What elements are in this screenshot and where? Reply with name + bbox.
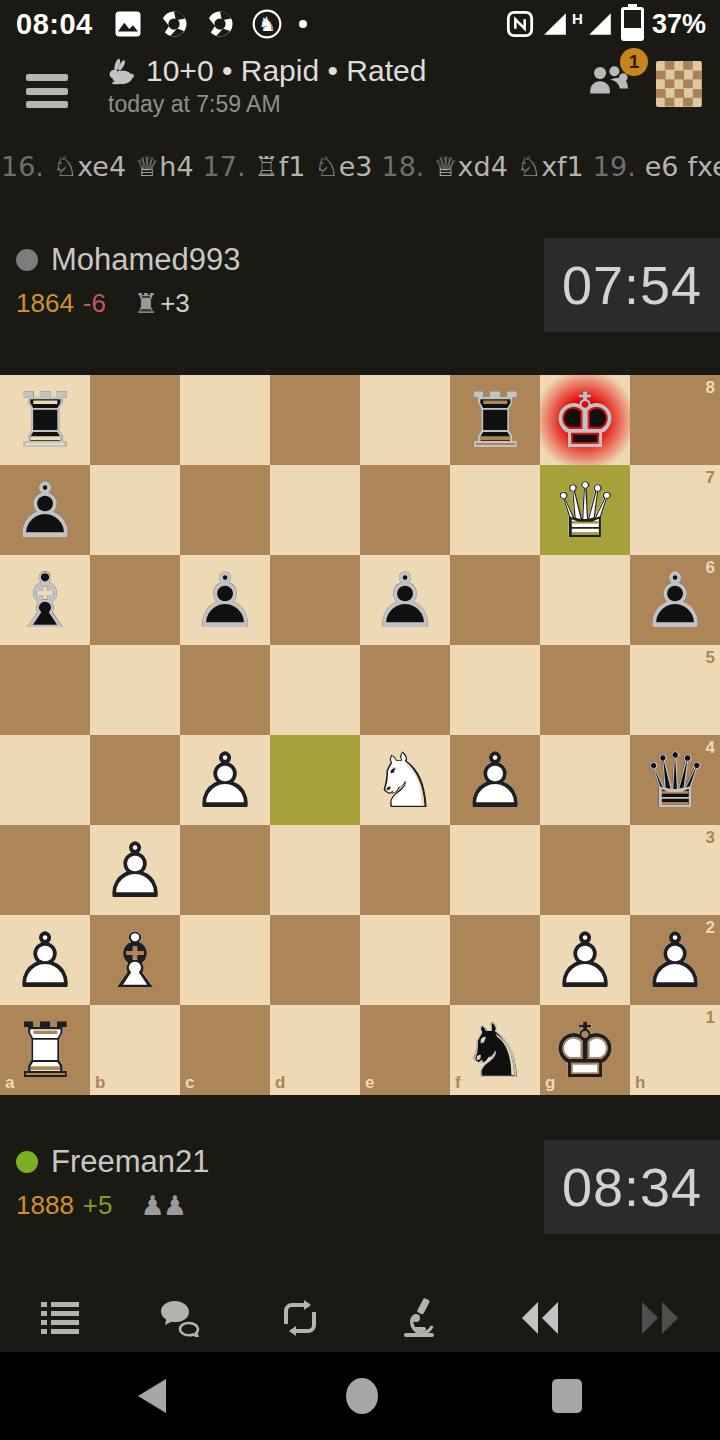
white-pawn: ♟ xyxy=(0,915,90,1005)
square-d1[interactable]: d xyxy=(270,1005,360,1095)
square-a1[interactable]: ♜♖a xyxy=(0,1005,90,1095)
square-g5[interactable] xyxy=(540,645,630,735)
rank-label-8: 8 xyxy=(706,378,715,398)
rank-label-5: 5 xyxy=(706,648,715,668)
black-king: ♚ xyxy=(540,375,630,465)
black-pawn: ♟ xyxy=(360,555,450,645)
square-a4[interactable] xyxy=(0,735,90,825)
microscope-icon xyxy=(400,1297,440,1339)
android-navbar xyxy=(0,1352,720,1440)
square-h5[interactable]: 5 xyxy=(630,645,720,735)
square-f2[interactable] xyxy=(450,915,540,1005)
white-pawn: ♟ xyxy=(90,825,180,915)
square-a3[interactable] xyxy=(0,825,90,915)
list-icon xyxy=(40,1300,80,1336)
black-bishop: ♝ xyxy=(0,555,90,645)
piece-detail-overlay: ♗ xyxy=(90,915,180,1005)
file-label-f: f xyxy=(455,1073,461,1093)
piece-detail-overlay: ♙ xyxy=(540,915,630,1005)
file-label-e: e xyxy=(365,1073,374,1093)
file-label-d: d xyxy=(275,1073,285,1093)
square-e3[interactable] xyxy=(360,825,450,915)
square-d6[interactable] xyxy=(270,555,360,645)
black-knight: ♞ xyxy=(450,1005,540,1095)
file-label-b: b xyxy=(95,1073,105,1093)
black-rook: ♜ xyxy=(0,375,90,465)
file-label-h: h xyxy=(635,1073,645,1093)
square-d7[interactable] xyxy=(270,465,360,555)
square-e8[interactable] xyxy=(360,375,450,465)
square-e5[interactable] xyxy=(360,645,450,735)
square-c7[interactable] xyxy=(180,465,270,555)
square-f3[interactable] xyxy=(450,825,540,915)
flip-icon xyxy=(279,1298,321,1338)
move-token[interactable]: ♕h4 xyxy=(135,151,194,182)
material-score: +3 xyxy=(160,288,190,319)
lichess-knight-notification-icon: ♞ xyxy=(251,8,283,40)
square-a6[interactable]: ♝♗ xyxy=(0,555,90,645)
square-c3[interactable] xyxy=(180,825,270,915)
white-pawn: ♟ xyxy=(180,735,270,825)
board-thumbnail-button[interactable] xyxy=(656,61,702,107)
signal-icon xyxy=(542,11,568,37)
status-bar: 08:04 ♞ H 37% xyxy=(0,0,720,48)
square-h4[interactable]: ♛♕4 xyxy=(630,735,720,825)
forward-button[interactable] xyxy=(600,1284,720,1352)
svg-text:♞: ♞ xyxy=(258,12,276,36)
player-name: Mohamed993 xyxy=(51,242,241,278)
player-bottom[interactable]: Freeman21 xyxy=(16,1144,210,1180)
player-status-dot xyxy=(16,249,38,271)
player-rating: 1864 xyxy=(16,288,74,319)
chat-bubbles-icon xyxy=(159,1299,201,1337)
square-g2[interactable]: ♟♙ xyxy=(540,915,630,1005)
file-label-c: c xyxy=(185,1073,194,1093)
lichess-game-screen: 08:04 ♞ H 37% xyxy=(0,0,720,1440)
square-f1[interactable]: ♞♘f xyxy=(450,1005,540,1095)
android-back-button[interactable] xyxy=(138,1379,166,1413)
spectators-button[interactable]: 1 xyxy=(584,60,634,108)
square-d2[interactable] xyxy=(270,915,360,1005)
piece-detail-overlay: ♙ xyxy=(360,555,450,645)
piece-detail-overlay: ♔ xyxy=(540,375,630,465)
piece-detail-overlay: ♕ xyxy=(540,465,630,555)
square-h6[interactable]: ♟♙6 xyxy=(630,555,720,645)
player-panel-bottom: Freeman21 1888 +5 ♟♟ 08:34 xyxy=(0,1138,720,1238)
move-token[interactable]: ♕xd4 xyxy=(433,151,508,182)
player-name: Freeman21 xyxy=(51,1144,210,1180)
square-g3[interactable] xyxy=(540,825,630,915)
fast-forward-icon xyxy=(638,1300,682,1336)
player-top[interactable]: Mohamed993 xyxy=(16,242,241,278)
square-e7[interactable] xyxy=(360,465,450,555)
spectator-count-badge: 1 xyxy=(620,48,648,76)
white-pawn: ♟ xyxy=(450,735,540,825)
app-header: 10+0 • Rapid • Rated today at 7:59 AM 1 xyxy=(0,52,720,138)
square-c4[interactable]: ♟♙ xyxy=(180,735,270,825)
nfc-icon xyxy=(506,10,534,38)
menu-list-button[interactable] xyxy=(0,1284,120,1352)
rating-delta: -6 xyxy=(83,288,106,319)
captured-pawns-icons: ♟♟ xyxy=(141,1190,185,1221)
square-h3[interactable]: 3 xyxy=(630,825,720,915)
square-a8[interactable]: ♜♖ xyxy=(0,375,90,465)
rank-label-7: 7 xyxy=(706,468,715,488)
square-c6[interactable]: ♟♙ xyxy=(180,555,270,645)
square-e6[interactable]: ♟♙ xyxy=(360,555,450,645)
piece-detail-overlay: ♗ xyxy=(0,555,90,645)
piece-detail-overlay: ♘ xyxy=(360,735,450,825)
square-d4[interactable] xyxy=(270,735,360,825)
square-b2[interactable]: ♝♗ xyxy=(90,915,180,1005)
move-number[interactable]: 17. xyxy=(203,151,246,182)
piece-detail-overlay: ♙ xyxy=(180,555,270,645)
material-advantage: ♜ +3 xyxy=(134,288,190,319)
white-knight: ♞ xyxy=(360,735,450,825)
rating-delta: +5 xyxy=(83,1190,113,1221)
square-g6[interactable] xyxy=(540,555,630,645)
piece-detail-overlay: ♙ xyxy=(90,825,180,915)
network-type-indicator: H xyxy=(572,10,583,27)
square-e2[interactable] xyxy=(360,915,450,1005)
piece-detail-overlay: ♙ xyxy=(450,735,540,825)
square-d5[interactable] xyxy=(270,645,360,735)
square-b8[interactable] xyxy=(90,375,180,465)
white-bishop: ♝ xyxy=(90,915,180,1005)
square-d8[interactable] xyxy=(270,375,360,465)
square-h8[interactable]: 8 xyxy=(630,375,720,465)
white-queen: ♛ xyxy=(540,465,630,555)
move-number[interactable]: 18. xyxy=(381,151,424,182)
rank-label-6: 6 xyxy=(706,558,715,578)
chat-button[interactable] xyxy=(120,1284,240,1352)
square-b1[interactable]: b xyxy=(90,1005,180,1095)
square-b5[interactable] xyxy=(90,645,180,735)
file-label-g: g xyxy=(545,1073,555,1093)
move-number[interactable]: 19. xyxy=(593,151,636,182)
player-rating: 1888 xyxy=(16,1190,74,1221)
move-token[interactable]: ♘xf1 xyxy=(517,151,584,182)
square-g7[interactable]: ♛♕ xyxy=(540,465,630,555)
square-f8[interactable]: ♜♖ xyxy=(450,375,540,465)
rapid-rabbit-icon xyxy=(106,56,136,86)
android-recents-button[interactable] xyxy=(552,1379,582,1413)
square-g8[interactable]: ♚♔ xyxy=(540,375,630,465)
piece-detail-overlay: ♖ xyxy=(450,375,540,465)
move-token[interactable]: fxe6 xyxy=(688,151,720,182)
flip-board-button[interactable] xyxy=(240,1284,360,1352)
analysis-button[interactable] xyxy=(360,1284,480,1352)
square-b6[interactable] xyxy=(90,555,180,645)
photo-notification-icon xyxy=(113,9,143,39)
material-advantage: ♟♟ xyxy=(141,1190,189,1221)
square-a5[interactable] xyxy=(0,645,90,735)
game-toolbar xyxy=(0,1284,720,1352)
square-c2[interactable] xyxy=(180,915,270,1005)
battery-icon xyxy=(621,7,644,41)
move-token[interactable]: ♘xe4 xyxy=(53,151,126,182)
piece-detail-overlay: ♙ xyxy=(0,465,90,555)
move-token[interactable]: ♖f1 xyxy=(255,151,306,182)
black-pawn: ♟ xyxy=(0,465,90,555)
rank-label-4: 4 xyxy=(706,738,715,758)
rank-label-2: 2 xyxy=(706,918,715,938)
square-c8[interactable] xyxy=(180,375,270,465)
black-pawn: ♟ xyxy=(180,555,270,645)
white-pawn: ♟ xyxy=(540,915,630,1005)
square-e1[interactable]: e xyxy=(360,1005,450,1095)
square-c5[interactable] xyxy=(180,645,270,735)
square-h2[interactable]: ♟♙2 xyxy=(630,915,720,1005)
player-status-dot xyxy=(16,1151,38,1173)
game-title: 10+0 • Rapid • Rated xyxy=(146,54,426,88)
status-time: 08:04 xyxy=(16,8,93,41)
move-token[interactable]: ♘e3 xyxy=(314,151,372,182)
rewind-button[interactable] xyxy=(480,1284,600,1352)
square-e4[interactable]: ♞♘ xyxy=(360,735,450,825)
black-rook: ♜ xyxy=(450,375,540,465)
clock-top: 07:54 xyxy=(544,238,720,332)
square-a2[interactable]: ♟♙ xyxy=(0,915,90,1005)
rank-label-1: 1 xyxy=(706,1008,715,1028)
battery-percent: 37% xyxy=(652,9,706,40)
notification-dot-icon xyxy=(299,20,307,28)
piece-detail-overlay: ♙ xyxy=(180,735,270,825)
square-f5[interactable] xyxy=(450,645,540,735)
rewind-icon xyxy=(518,1300,562,1336)
square-f4[interactable]: ♟♙ xyxy=(450,735,540,825)
signal-icon xyxy=(587,11,613,37)
square-f6[interactable] xyxy=(450,555,540,645)
player-panel-top: Mohamed993 1864 -6 ♜ +3 07:54 xyxy=(0,236,720,336)
file-label-a: a xyxy=(5,1073,14,1093)
square-c1[interactable]: c xyxy=(180,1005,270,1095)
square-g1[interactable]: ♚♔g xyxy=(540,1005,630,1095)
square-d3[interactable] xyxy=(270,825,360,915)
piece-detail-overlay: ♙ xyxy=(0,915,90,1005)
move-token[interactable]: e6 xyxy=(645,151,679,182)
move-list: 16.♘xe4♕h417.♖f1♘e318.♕xd4♘xf119.e6fxe62… xyxy=(0,142,720,190)
square-h7[interactable]: 7 xyxy=(630,465,720,555)
chrome-notification-icon xyxy=(205,9,235,39)
piece-detail-overlay: ♘ xyxy=(450,1005,540,1095)
captured-rook-icon: ♜ xyxy=(134,288,156,319)
square-b3[interactable]: ♟♙ xyxy=(90,825,180,915)
square-g4[interactable] xyxy=(540,735,630,825)
piece-detail-overlay: ♖ xyxy=(0,375,90,465)
game-date: today at 7:59 AM xyxy=(108,91,426,118)
clock-bottom: 08:34 xyxy=(544,1140,720,1234)
square-h1[interactable]: 1h xyxy=(630,1005,720,1095)
move-number[interactable]: 16. xyxy=(1,151,44,182)
rank-label-3: 3 xyxy=(706,828,715,848)
square-b4[interactable] xyxy=(90,735,180,825)
square-b7[interactable] xyxy=(90,465,180,555)
square-a7[interactable]: ♟♙ xyxy=(0,465,90,555)
hamburger-menu-button[interactable] xyxy=(26,74,68,108)
android-home-button[interactable] xyxy=(346,1378,378,1414)
chrome-notification-icon xyxy=(159,9,189,39)
square-f7[interactable] xyxy=(450,465,540,555)
chess-board[interactable]: ♜♖♜♖♚♔8♟♙♛♕7♝♗♟♙♟♙♟♙65♟♙♞♘♟♙♛♕4♟♙3♟♙♝♗♟♙… xyxy=(0,375,720,1095)
